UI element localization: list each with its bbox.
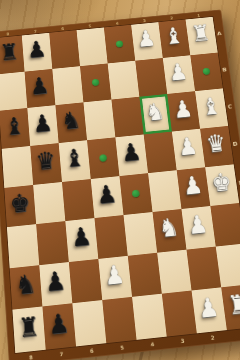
square-g1[interactable]: [216, 243, 240, 287]
square-d8[interactable]: [2, 146, 33, 188]
square-d4[interactable]: ♟: [115, 134, 148, 175]
square-g8[interactable]: ♞: [10, 265, 43, 310]
square-h8[interactable]: ♜: [12, 307, 45, 353]
piece-white-pawn-g5[interactable]: ♟: [104, 261, 127, 289]
square-c4[interactable]: [111, 97, 143, 137]
square-g5[interactable]: ♟: [98, 256, 132, 301]
square-a6[interactable]: [49, 30, 80, 68]
piece-white-pawn-h2[interactable]: ♟: [197, 294, 221, 322]
square-b3[interactable]: [135, 58, 167, 97]
square-e5[interactable]: ♟: [91, 176, 124, 218]
square-d7[interactable]: ♛: [30, 143, 62, 185]
square-h5[interactable]: [102, 297, 136, 343]
square-b7[interactable]: ♟: [25, 69, 56, 109]
chess-board-3d: 87654321 ♜♟♟♝♜♟♟♝♟♞♞♟♝♛♝♟♟♛♚♟♟♚♟♞♟♞♟♟♜♟♟…: [0, 9, 240, 360]
legal-move-dot-a4[interactable]: [116, 40, 124, 47]
piece-black-rook-h8[interactable]: ♜: [18, 313, 40, 342]
square-a3[interactable]: ♟: [131, 22, 163, 60]
piece-black-knight-c6[interactable]: ♞: [60, 108, 81, 133]
rank-label-bottom-3: 3: [167, 333, 198, 347]
square-a4[interactable]: [104, 25, 135, 63]
piece-white-pawn-e2[interactable]: ♟: [182, 172, 205, 198]
piece-black-pawn-a7[interactable]: ♟: [27, 38, 47, 62]
piece-white-pawn-d2[interactable]: ♟: [177, 134, 199, 160]
piece-black-bishop-d6[interactable]: ♝: [64, 146, 85, 172]
piece-black-king-e8[interactable]: ♚: [9, 190, 30, 216]
piece-white-bishop-a2[interactable]: ♝: [163, 24, 184, 48]
square-f1[interactable]: [210, 203, 240, 246]
piece-white-knight-f3[interactable]: ♞: [158, 215, 181, 242]
square-g6[interactable]: [69, 259, 102, 304]
rank-label-bottom-4: 4: [137, 337, 168, 351]
square-b5[interactable]: [80, 63, 111, 102]
square-f7[interactable]: [36, 221, 69, 265]
piece-black-bishop-c8[interactable]: ♝: [4, 113, 25, 138]
rank-label-bottom-6: 6: [76, 343, 107, 357]
legal-move-dot-b5[interactable]: [92, 79, 100, 86]
square-e6[interactable]: [62, 179, 95, 222]
legal-move-dot-d5[interactable]: [99, 154, 107, 162]
piece-white-knight-c3[interactable]: ♞: [144, 99, 166, 124]
legal-move-dot-b1[interactable]: [202, 68, 210, 75]
piece-white-rook-a1[interactable]: ♜: [191, 22, 212, 46]
piece-white-pawn-b2[interactable]: ♟: [168, 60, 190, 84]
piece-black-pawn-f6[interactable]: ♟: [70, 224, 92, 251]
square-f5[interactable]: [94, 215, 127, 259]
square-e7[interactable]: [33, 182, 65, 225]
square-e4[interactable]: [119, 173, 152, 215]
board-frame: 87654321 ♜♟♟♝♜♟♟♝♟♞♞♟♝♛♝♟♟♛♚♟♟♚♟♞♟♞♟♟♜♟♟…: [0, 9, 240, 360]
chess-app-screen: { "game": "chess", "app": { "view": "3d-…: [0, 0, 240, 360]
square-e8[interactable]: ♚: [4, 185, 36, 228]
square-d6[interactable]: ♝: [59, 140, 91, 181]
rank-label-bottom-5: 5: [106, 340, 137, 354]
rank-label-bottom-2: 2: [197, 330, 228, 344]
square-f4[interactable]: [124, 212, 158, 256]
piece-black-pawn-c7[interactable]: ♟: [32, 111, 53, 136]
piece-black-pawn-b7[interactable]: ♟: [29, 74, 50, 99]
piece-white-king-e1[interactable]: ♚: [210, 169, 233, 195]
square-h6[interactable]: [72, 300, 106, 346]
rank-label-bottom-7: 7: [46, 346, 77, 360]
square-g4[interactable]: [128, 253, 162, 298]
legal-move-dot-e4[interactable]: [132, 190, 140, 198]
square-b4[interactable]: [108, 60, 140, 99]
square-c8[interactable]: ♝: [0, 108, 30, 149]
square-g7[interactable]: ♟: [39, 262, 72, 307]
piece-white-bishop-c1[interactable]: ♝: [200, 94, 222, 119]
board-grid[interactable]: ♜♟♟♝♜♟♟♝♟♞♞♟♝♛♝♟♟♛♚♟♟♚♟♞♟♞♟♟♜♟♟♜: [0, 17, 240, 353]
piece-white-pawn-a3[interactable]: ♟: [136, 27, 157, 51]
square-a5[interactable]: [77, 27, 108, 65]
square-c3[interactable]: ♞: [139, 94, 171, 134]
square-c7[interactable]: ♟: [27, 105, 58, 146]
square-a7[interactable]: ♟: [22, 33, 52, 72]
square-b8[interactable]: [0, 71, 27, 111]
square-h7[interactable]: ♟: [42, 304, 76, 350]
square-f8[interactable]: [7, 224, 39, 268]
piece-white-pawn-c2[interactable]: ♟: [172, 97, 194, 122]
square-c6[interactable]: ♞: [55, 103, 87, 143]
piece-black-pawn-e5[interactable]: ♟: [96, 181, 118, 207]
square-f6[interactable]: ♟: [65, 218, 98, 262]
piece-white-queen-d1[interactable]: ♛: [205, 131, 227, 156]
piece-black-queen-d7[interactable]: ♛: [35, 148, 56, 174]
piece-white-pawn-f2[interactable]: ♟: [187, 212, 210, 239]
piece-black-pawn-g7[interactable]: ♟: [44, 268, 66, 296]
rank-label-bottom-1: 1: [227, 327, 240, 341]
square-b6[interactable]: [52, 66, 83, 105]
square-d5[interactable]: [87, 137, 119, 178]
piece-white-rook-h1[interactable]: ♜: [227, 290, 240, 318]
piece-black-pawn-h7[interactable]: ♟: [48, 310, 71, 339]
square-c5[interactable]: [83, 100, 115, 140]
square-h4[interactable]: [132, 294, 167, 340]
piece-black-rook-a8[interactable]: ♜: [0, 41, 19, 65]
piece-black-pawn-d4[interactable]: ♟: [120, 140, 142, 166]
piece-black-knight-g8[interactable]: ♞: [15, 271, 37, 299]
square-a8[interactable]: ♜: [0, 35, 25, 74]
